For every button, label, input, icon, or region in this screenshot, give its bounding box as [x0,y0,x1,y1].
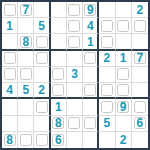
cell-r3c4[interactable] [51,34,67,50]
given-digit: 4 [87,20,94,32]
big-digit-marker [20,134,32,146]
cell-r8c5[interactable] [67,116,83,132]
cell-r8c7[interactable]: 5 [99,116,115,132]
cell-r7c1[interactable] [2,99,18,115]
sudoku-board: 79215481217345219856862 [0,0,150,150]
cell-r4c4[interactable] [51,51,67,67]
cell-r4c2[interactable] [18,51,34,67]
big-digit-marker [52,68,64,80]
cell-r4c9[interactable]: 7 [132,51,148,67]
given-digit: 9 [87,4,94,16]
cell-r9c9[interactable] [132,132,148,148]
cell-r6c3[interactable]: 2 [34,83,50,99]
cell-r8c2[interactable] [18,116,34,132]
cell-r7c3[interactable] [34,99,50,115]
cell-r6c8[interactable] [116,83,132,99]
big-digit-marker [36,36,48,48]
big-digit-marker [117,20,129,32]
given-digit: 9 [120,101,127,113]
cell-r7c4[interactable]: 1 [51,99,67,115]
big-digit-marker [36,101,48,113]
cell-r8c1[interactable] [2,116,18,132]
given-digit: 1 [120,52,127,64]
given-digit: 2 [104,52,111,64]
cell-r1c6[interactable]: 9 [83,2,99,18]
cell-r5c8[interactable] [116,67,132,83]
cell-r8c6[interactable] [83,116,99,132]
given-digit: 2 [38,84,45,96]
cell-r7c7[interactable] [99,99,115,115]
cell-r9c4[interactable]: 6 [51,132,67,148]
given-digit: 1 [55,101,62,113]
big-digit-marker [4,68,16,80]
cell-r6c2[interactable]: 5 [18,83,34,99]
cell-r5c5[interactable]: 3 [67,67,83,83]
cell-r3c5[interactable] [67,34,83,50]
cell-r2c6[interactable]: 4 [83,18,99,34]
cell-r9c7[interactable] [99,132,115,148]
cell-r7c9[interactable] [132,99,148,115]
cell-r5c7[interactable] [99,67,115,83]
given-digit: 4 [6,84,13,96]
cell-r9c3[interactable] [34,132,50,148]
cell-r8c8[interactable] [116,116,132,132]
cell-r2c5[interactable] [67,18,83,34]
big-digit-marker [68,117,80,129]
cell-r9c2[interactable] [18,132,34,148]
cell-r6c6[interactable] [83,83,99,99]
cell-r1c2[interactable]: 7 [18,2,34,18]
given-digit: 8 [22,36,29,48]
cell-r4c5[interactable] [67,51,83,67]
cell-r6c1[interactable]: 4 [2,83,18,99]
cell-r2c1[interactable]: 1 [2,18,18,34]
big-digit-marker [52,84,64,96]
cell-r2c4[interactable] [51,18,67,34]
given-digit: 1 [6,20,13,32]
cell-r2c2[interactable] [18,18,34,34]
cell-r3c2[interactable]: 8 [18,34,34,50]
cell-r7c8[interactable]: 9 [116,99,132,115]
big-digit-marker [20,68,32,80]
cell-r2c8[interactable] [116,18,132,34]
cell-r6c7[interactable] [99,83,115,99]
cell-r1c7[interactable] [99,2,115,18]
given-digit: 8 [55,117,62,129]
given-digit: 3 [71,68,78,80]
given-digit: 7 [22,4,29,16]
given-digit: 2 [137,4,144,16]
cell-r7c2[interactable] [18,99,34,115]
given-digit: 5 [104,117,111,129]
cell-r6c9[interactable] [132,83,148,99]
big-digit-marker [134,20,146,32]
cell-r3c6[interactable]: 1 [83,34,99,50]
given-digit: 8 [6,134,13,146]
big-digit-marker [101,36,113,48]
cell-r3c3[interactable] [34,34,50,50]
cell-r7c5[interactable] [67,99,83,115]
cell-r4c1[interactable] [2,51,18,67]
cell-r9c6[interactable] [83,132,99,148]
cell-r1c5[interactable] [67,2,83,18]
big-digit-marker [101,84,113,96]
big-digit-marker [36,52,48,64]
cell-r8c9[interactable]: 6 [132,116,148,132]
cell-r3c9[interactable] [132,34,148,50]
big-digit-marker [68,36,80,48]
big-digit-marker [84,52,96,64]
cell-r1c8[interactable] [116,2,132,18]
given-digit: 5 [38,20,45,32]
big-digit-marker [36,134,48,146]
cell-r2c3[interactable]: 5 [34,18,50,34]
big-digit-marker [68,4,80,16]
cell-r1c4[interactable] [51,2,67,18]
cell-r5c6[interactable] [83,67,99,83]
big-digit-marker [68,20,80,32]
cell-r2c7[interactable] [99,18,115,34]
cell-r2c9[interactable] [132,18,148,34]
cell-r6c5[interactable] [67,83,83,99]
big-digit-marker [84,117,96,129]
given-digit: 7 [137,52,144,64]
cell-r1c3[interactable] [34,2,50,18]
cell-r5c3[interactable] [34,67,50,83]
given-digit: 1 [87,36,94,48]
cell-r4c3[interactable] [34,51,50,67]
big-digit-marker [4,52,16,64]
big-digit-marker [117,84,129,96]
big-digit-marker [84,84,96,96]
cell-r6c4[interactable] [51,83,67,99]
cell-r5c1[interactable] [2,67,18,83]
big-digit-marker [134,101,146,113]
big-digit-marker [4,4,16,16]
given-digit: 5 [22,84,29,96]
cell-r9c8[interactable]: 2 [116,132,132,148]
given-digit: 6 [55,134,62,146]
cell-r9c5[interactable] [67,132,83,148]
big-digit-marker [101,20,113,32]
cell-r5c4[interactable] [51,67,67,83]
cell-r4c7[interactable]: 2 [99,51,115,67]
cell-r5c9[interactable] [132,67,148,83]
cell-r3c1[interactable] [2,34,18,50]
cell-r4c6[interactable] [83,51,99,67]
cell-r8c3[interactable] [34,116,50,132]
cell-r3c8[interactable] [116,34,132,50]
cell-r1c9[interactable]: 2 [132,2,148,18]
given-digit: 2 [120,134,127,146]
cell-r5c2[interactable] [18,67,34,83]
cell-r7c6[interactable] [83,99,99,115]
big-digit-marker [101,101,113,113]
cell-r1c1[interactable] [2,2,18,18]
cell-r3c7[interactable] [99,34,115,50]
cell-r9c1[interactable]: 8 [2,132,18,148]
big-digit-marker [117,68,129,80]
given-digit: 6 [137,117,144,129]
cell-r8c4[interactable]: 8 [51,116,67,132]
cell-r4c8[interactable]: 1 [116,51,132,67]
